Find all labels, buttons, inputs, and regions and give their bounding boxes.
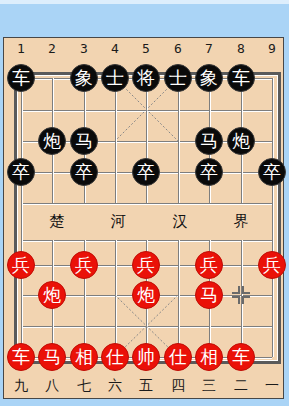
piece-red-horse[interactable]: 马 [195,281,223,309]
piece-black-cannon[interactable]: 炮 [38,127,66,155]
piece-black-advisor[interactable]: 士 [164,64,192,92]
file-label-top-1: 1 [11,42,31,56]
piece-black-chariot[interactable]: 车 [7,64,35,92]
file-label-top-6: 6 [168,42,188,56]
file-line-8-bottom [241,240,243,357]
river-char-3: 汉 [170,213,190,229]
piece-red-advisor[interactable]: 仕 [164,343,192,371]
file-label-top-2: 2 [42,42,62,56]
rank-line-5 [21,203,272,205]
piece-black-pawn[interactable]: 卒 [132,158,160,186]
file-label-bottom-6: 四 [168,378,188,392]
piece-red-pawn[interactable]: 兵 [7,251,35,279]
piece-black-pawn[interactable]: 卒 [258,158,286,186]
piece-red-cannon[interactable]: 炮 [38,281,66,309]
piece-black-pawn[interactable]: 卒 [7,158,35,186]
piece-black-cannon[interactable]: 炮 [227,127,255,155]
piece-red-pawn[interactable]: 兵 [132,251,160,279]
file-line-9 [272,78,274,357]
file-label-bottom-4: 六 [105,378,125,392]
top-edge-strip [0,0,289,4]
file-label-top-7: 7 [199,42,219,56]
piece-black-horse[interactable]: 马 [195,127,223,155]
piece-red-cannon[interactable]: 炮 [132,281,160,309]
file-label-top-4: 4 [105,42,125,56]
piece-black-pawn[interactable]: 卒 [195,158,223,186]
piece-black-horse[interactable]: 马 [70,127,98,155]
piece-red-chariot[interactable]: 车 [227,343,255,371]
piece-red-elephant[interactable]: 相 [195,343,223,371]
file-label-bottom-9: 一 [262,378,282,392]
piece-black-elephant[interactable]: 象 [195,64,223,92]
file-line-1 [21,78,23,357]
file-label-top-5: 5 [136,42,156,56]
file-label-bottom-1: 九 [11,378,31,392]
river-char-1: 楚 [47,213,67,229]
file-label-bottom-5: 五 [136,378,156,392]
file-label-bottom-3: 七 [74,378,94,392]
piece-red-elephant[interactable]: 相 [70,343,98,371]
piece-red-pawn[interactable]: 兵 [70,251,98,279]
piece-red-general[interactable]: 帅 [132,343,160,371]
piece-red-pawn[interactable]: 兵 [258,251,286,279]
piece-black-elephant[interactable]: 象 [70,64,98,92]
piece-black-general[interactable]: 将 [132,64,160,92]
file-label-bottom-8: 二 [231,378,251,392]
piece-black-pawn[interactable]: 卒 [70,158,98,186]
file-line-4-bottom [115,240,117,357]
piece-black-advisor[interactable]: 士 [101,64,129,92]
file-label-top-8: 8 [231,42,251,56]
file-line-6-bottom [178,240,180,357]
river-char-2: 河 [108,213,128,229]
piece-red-advisor[interactable]: 仕 [101,343,129,371]
file-label-bottom-7: 三 [199,378,219,392]
file-label-bottom-2: 八 [42,378,62,392]
piece-red-horse[interactable]: 马 [38,343,66,371]
xiangqi-board: 123456789 楚河汉界 车象士将士象车炮马马炮卒卒卒卒卒兵兵兵兵兵炮炮马车… [0,0,289,406]
file-label-top-9: 9 [262,42,282,56]
piece-black-chariot[interactable]: 车 [227,64,255,92]
piece-red-pawn[interactable]: 兵 [195,251,223,279]
file-line-6-top [178,78,180,203]
file-label-top-3: 3 [74,42,94,56]
file-line-4-top [115,78,117,203]
river-char-4: 界 [231,213,251,229]
piece-red-chariot[interactable]: 车 [7,343,35,371]
